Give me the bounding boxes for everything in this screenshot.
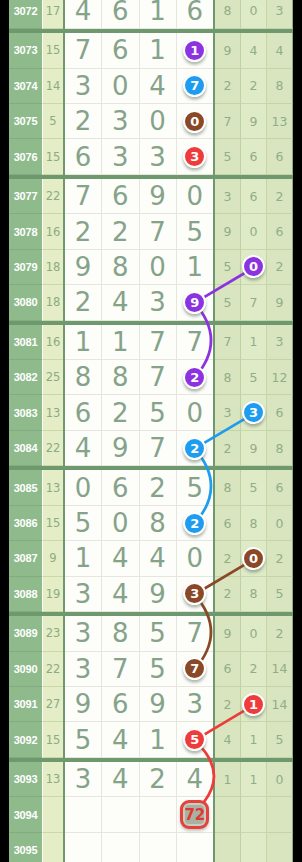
- sum-cell: 19: [42, 577, 63, 612]
- stat-cell: 9: [241, 104, 267, 139]
- digit-cell: 7: [65, 33, 102, 68]
- table-row-3076: 3076156333566: [9, 139, 293, 174]
- digit-cell: 7: [65, 179, 102, 214]
- digit-cell: 4: [102, 577, 139, 612]
- stat-cell: 6: [241, 139, 267, 174]
- purple-marker-circle: 1: [183, 39, 206, 62]
- digit-cell: [140, 833, 177, 862]
- digit-cell: 3: [140, 139, 177, 174]
- digit-columns: 72: [63, 797, 215, 832]
- digit-columns: 2300: [63, 104, 215, 139]
- digit-cell: [177, 833, 213, 862]
- stat-cell: 2: [267, 616, 293, 651]
- digit-columns: 7611: [63, 33, 215, 68]
- stat-cell: [267, 833, 293, 862]
- digit-cell: 7: [177, 325, 213, 360]
- brown-marker-circle: 0: [183, 110, 206, 133]
- table-row-3072: 3072174616803: [9, 0, 293, 29]
- digit-columns: 4972: [63, 431, 215, 466]
- stat-cell: 14: [267, 687, 293, 722]
- table-row-3086: 3086155082680: [9, 506, 293, 541]
- stat-cell: 6: [267, 470, 293, 505]
- table-row-3087: 308791440202: [9, 541, 293, 576]
- stat-cell: 8: [215, 0, 241, 29]
- digit-cell: 5: [140, 652, 177, 687]
- stat-cell: 5: [267, 577, 293, 612]
- stat-cell: 3: [215, 395, 241, 430]
- digit-cell: 1: [102, 325, 139, 360]
- digit-cell: 3: [102, 104, 139, 139]
- sum-cell: [42, 797, 63, 832]
- stat-cell: 1: [241, 325, 267, 360]
- digit-cell: 5: [177, 470, 213, 505]
- digit-cell: 1: [177, 250, 213, 285]
- stat-cell: 8: [241, 577, 267, 612]
- digit-cell: 3: [177, 577, 213, 612]
- stat-cell: 4: [267, 33, 293, 68]
- table-row-3080: 3080182439579: [9, 285, 293, 320]
- table-row-3090: 30902237576214: [9, 652, 293, 687]
- digit-columns: 4616: [63, 0, 215, 29]
- digit-columns: 5415: [63, 722, 215, 757]
- stat-cell: 1: [241, 722, 267, 757]
- stat-cell: 6: [267, 214, 293, 249]
- sum-cell: 16: [42, 325, 63, 360]
- stat-cell: 3: [215, 179, 241, 214]
- sum-cell: 22: [42, 431, 63, 466]
- digit-cell: 9: [102, 431, 139, 466]
- digit-cell: 0: [140, 104, 177, 139]
- digit-cell: 9: [65, 687, 102, 722]
- stat-cell: 0: [267, 506, 293, 541]
- sum-cell: 17: [42, 0, 63, 29]
- digit-cell: 4: [140, 541, 177, 576]
- stat-cell: 8: [215, 360, 241, 395]
- digit-cell: 3: [102, 139, 139, 174]
- table-row-3088: 3088193493285: [9, 577, 293, 612]
- digit-cell: 6: [65, 395, 102, 430]
- stat-cell: [241, 797, 267, 832]
- period-cell: 3091: [9, 687, 42, 722]
- stat-cell: 0: [241, 541, 267, 576]
- digit-cell: 8: [102, 616, 139, 651]
- digit-cell: 5: [65, 722, 102, 757]
- digit-cell: 7: [140, 360, 177, 395]
- table-row-3085: 3085130625856: [9, 470, 293, 505]
- stat-cell: 1: [241, 762, 267, 797]
- digit-cell: 9: [65, 250, 102, 285]
- digit-cell: 6: [102, 470, 139, 505]
- digit-columns: 1177: [63, 325, 215, 360]
- blue-marker-circle: 3: [242, 401, 265, 424]
- sum-cell: 15: [42, 722, 63, 757]
- digit-columns: 3857: [63, 616, 215, 651]
- digit-cell: 7: [102, 652, 139, 687]
- stat-cell: 2: [215, 577, 241, 612]
- period-cell: 3080: [9, 285, 42, 320]
- stat-cell: 0: [241, 616, 267, 651]
- table-row-3081: 3081161177713: [9, 325, 293, 360]
- stat-cell: 3: [241, 395, 267, 430]
- digit-cell: 5: [177, 214, 213, 249]
- digit-columns: 9693: [63, 687, 215, 722]
- stat-cell: 1: [215, 762, 241, 797]
- digit-columns: 3493: [63, 577, 215, 612]
- digit-cell: 2: [65, 214, 102, 249]
- digit-cell: 6: [65, 139, 102, 174]
- digit-cell: 7: [140, 325, 177, 360]
- period-cell: 3090: [9, 652, 42, 687]
- red-marker-circle: 3: [183, 145, 206, 168]
- stat-cell: 6: [215, 506, 241, 541]
- sum-cell: 13: [42, 762, 63, 797]
- stat-cell: 12: [267, 360, 293, 395]
- digit-cell: 9: [177, 285, 213, 320]
- digit-cell: 0: [177, 541, 213, 576]
- brown-marker-circle: 3: [183, 582, 206, 605]
- digit-columns: 0625: [63, 470, 215, 505]
- digit-cell: 6: [102, 687, 139, 722]
- digit-cell: 9: [140, 577, 177, 612]
- stat-cell: 9: [267, 285, 293, 320]
- purple-marker-circle: 0: [242, 255, 265, 278]
- stat-cell: 2: [215, 687, 241, 722]
- stat-cell: 5: [215, 285, 241, 320]
- stat-cell: 7: [215, 104, 241, 139]
- period-cell: 3082: [9, 360, 42, 395]
- digit-cell: [140, 797, 177, 832]
- red-marker-circle: 1: [242, 693, 265, 716]
- stat-cell: 2: [241, 652, 267, 687]
- stat-cell: 0: [241, 0, 267, 29]
- sum-cell: 16: [42, 214, 63, 249]
- digit-cell: 6: [177, 0, 213, 29]
- period-cell: 3078: [9, 214, 42, 249]
- stat-cell: 2: [215, 431, 241, 466]
- digit-cell: 1: [65, 325, 102, 360]
- stat-cell: 5: [267, 722, 293, 757]
- stat-cell: 5: [241, 360, 267, 395]
- stat-cell: 6: [241, 179, 267, 214]
- period-cell: 3074: [9, 69, 42, 104]
- period-cell: 3079: [9, 250, 42, 285]
- digit-columns: [63, 833, 215, 862]
- brown-marker-circle: 0: [242, 547, 265, 570]
- stat-cell: 2: [241, 69, 267, 104]
- digit-cell: 5: [140, 616, 177, 651]
- digit-cell: 4: [102, 722, 139, 757]
- digit-cell: 0: [102, 506, 139, 541]
- digit-cell: 5: [65, 506, 102, 541]
- sum-cell: 5: [42, 104, 63, 139]
- digit-cell: 2: [177, 360, 213, 395]
- period-cell: 3088: [9, 577, 42, 612]
- digit-cell: 0: [65, 470, 102, 505]
- stat-cell: 2: [267, 250, 293, 285]
- digit-cell: 6: [102, 33, 139, 68]
- sum-cell: 27: [42, 687, 63, 722]
- stat-cell: [215, 833, 241, 862]
- sum-cell: 22: [42, 652, 63, 687]
- table-row-3093: 3093133424110: [9, 762, 293, 797]
- period-cell: 3089: [9, 616, 42, 651]
- stat-cell: 0: [241, 214, 267, 249]
- period-cell: 3072: [9, 0, 42, 29]
- digit-cell: [102, 797, 139, 832]
- digit-columns: 3757: [63, 652, 215, 687]
- digit-cell: 8: [102, 360, 139, 395]
- trend-table[interactable]: 3072174616803307315761194430741430472283…: [9, 0, 293, 862]
- digit-cell: 5: [140, 395, 177, 430]
- period-cell: 3094: [9, 797, 42, 832]
- table-row-3075: 3075523007913: [9, 104, 293, 139]
- table-row-3077: 3077227690362: [9, 179, 293, 214]
- stat-cell: 14: [267, 652, 293, 687]
- sum-cell: 9: [42, 541, 63, 576]
- stat-cell: 8: [215, 470, 241, 505]
- digit-cell: 0: [177, 179, 213, 214]
- stat-cell: 6: [215, 652, 241, 687]
- digit-cell: 3: [65, 652, 102, 687]
- period-cell: 3084: [9, 431, 42, 466]
- digit-cell: 4: [102, 762, 139, 797]
- digit-cell: 4: [65, 431, 102, 466]
- digit-cell: 2: [140, 470, 177, 505]
- digit-cell: 2: [102, 214, 139, 249]
- digit-cell: 3: [65, 69, 102, 104]
- digit-cell: 5: [177, 722, 213, 757]
- period-cell: 3083: [9, 395, 42, 430]
- digit-cell: 0: [177, 104, 213, 139]
- digit-cell: 2: [102, 395, 139, 430]
- stat-cell: 9: [215, 33, 241, 68]
- brown-marker-circle: 7: [183, 657, 206, 680]
- stat-cell: 0: [267, 762, 293, 797]
- digit-cell: 1: [177, 33, 213, 68]
- next-draw-badge: 72: [180, 800, 209, 829]
- stat-cell: 8: [267, 431, 293, 466]
- sum-cell: [42, 833, 63, 862]
- digit-cell: 3: [140, 285, 177, 320]
- digit-cell: 72: [177, 797, 213, 832]
- digit-cell: 7: [177, 69, 213, 104]
- digit-columns: 2439: [63, 285, 215, 320]
- table-row-3073: 3073157611944: [9, 33, 293, 68]
- sum-cell: 14: [42, 69, 63, 104]
- digit-columns: 6250: [63, 395, 215, 430]
- digit-cell: 4: [102, 541, 139, 576]
- digit-columns: 3047: [63, 69, 215, 104]
- digit-cell: 1: [65, 541, 102, 576]
- purple-marker-circle: 2: [183, 366, 206, 389]
- sum-cell: 13: [42, 470, 63, 505]
- stat-cell: 8: [267, 69, 293, 104]
- stat-cell: 7: [241, 285, 267, 320]
- digit-cell: 2: [177, 506, 213, 541]
- stat-cell: 6: [267, 139, 293, 174]
- digit-cell: 3: [65, 616, 102, 651]
- digit-cell: 2: [65, 285, 102, 320]
- digit-cell: 8: [102, 250, 139, 285]
- digit-cell: 3: [65, 577, 102, 612]
- digit-cell: 6: [102, 0, 139, 29]
- digit-cell: 9: [140, 687, 177, 722]
- stat-cell: 6: [267, 395, 293, 430]
- digit-columns: 8872: [63, 360, 215, 395]
- blue-marker-circle: 2: [183, 437, 206, 460]
- digit-cell: 1: [140, 0, 177, 29]
- period-cell: 3086: [9, 506, 42, 541]
- stat-cell: 3: [267, 0, 293, 29]
- period-cell: 3073: [9, 33, 42, 68]
- digit-cell: 1: [140, 722, 177, 757]
- sum-cell: 15: [42, 33, 63, 68]
- table-row-3089: 3089233857902: [9, 616, 293, 651]
- stat-cell: 0: [241, 250, 267, 285]
- table-row-3083: 3083136250336: [9, 395, 293, 430]
- digit-cell: 3: [65, 762, 102, 797]
- digit-cell: 0: [177, 395, 213, 430]
- period-cell: 3077: [9, 179, 42, 214]
- digit-cell: 6: [102, 179, 139, 214]
- digit-cell: 9: [140, 179, 177, 214]
- stat-cell: 3: [267, 325, 293, 360]
- digit-cell: 3: [177, 687, 213, 722]
- stat-cell: 4: [241, 33, 267, 68]
- table-row-3079: 3079189801502: [9, 250, 293, 285]
- stat-cell: 4: [215, 722, 241, 757]
- stat-cell: 2: [267, 179, 293, 214]
- stat-cell: 9: [241, 431, 267, 466]
- table-row-3078: 3078162275906: [9, 214, 293, 249]
- sum-cell: 22: [42, 179, 63, 214]
- period-cell: 3093: [9, 762, 42, 797]
- digit-cell: 2: [65, 104, 102, 139]
- digit-columns: 5082: [63, 506, 215, 541]
- stat-cell: [241, 833, 267, 862]
- digit-cell: 7: [177, 616, 213, 651]
- sum-cell: 15: [42, 139, 63, 174]
- purple-marker-circle: 9: [183, 291, 206, 314]
- period-cell: 3085: [9, 470, 42, 505]
- digit-cell: 8: [140, 506, 177, 541]
- digit-cell: 1: [140, 33, 177, 68]
- stat-cell: 8: [241, 506, 267, 541]
- digit-columns: 6333: [63, 139, 215, 174]
- digit-cell: 3: [177, 139, 213, 174]
- digit-cell: 4: [65, 0, 102, 29]
- sum-cell: 13: [42, 395, 63, 430]
- stat-cell: 5: [241, 470, 267, 505]
- stat-cell: [215, 797, 241, 832]
- table-row-3074: 3074143047228: [9, 69, 293, 104]
- digit-cell: [102, 833, 139, 862]
- digit-cell: 0: [140, 250, 177, 285]
- period-cell: 3076: [9, 139, 42, 174]
- digit-cell: 4: [140, 69, 177, 104]
- stat-cell: 9: [215, 214, 241, 249]
- stat-cell: 9: [215, 616, 241, 651]
- table-row-3094: 309472: [9, 797, 293, 832]
- digit-cell: 8: [65, 360, 102, 395]
- digit-cell: 2: [140, 762, 177, 797]
- digit-cell: 7: [140, 214, 177, 249]
- sum-cell: 18: [42, 285, 63, 320]
- stat-cell: 13: [267, 104, 293, 139]
- digit-cell: [65, 797, 102, 832]
- table-row-3084: 3084224972298: [9, 431, 293, 466]
- digit-cell: 7: [140, 431, 177, 466]
- stat-cell: 5: [215, 250, 241, 285]
- table-row-3095: 3095: [9, 833, 293, 862]
- stat-cell: 5: [215, 139, 241, 174]
- stat-cell: 2: [215, 541, 241, 576]
- table-row-3082: 30822588728512: [9, 360, 293, 395]
- digit-columns: 1440: [63, 541, 215, 576]
- stat-cell: [267, 797, 293, 832]
- period-cell: 3092: [9, 722, 42, 757]
- sum-cell: 18: [42, 250, 63, 285]
- period-cell: 3075: [9, 104, 42, 139]
- digit-cell: 7: [177, 652, 213, 687]
- sum-cell: 23: [42, 616, 63, 651]
- sum-cell: 15: [42, 506, 63, 541]
- table-row-3092: 3092155415415: [9, 722, 293, 757]
- digit-cell: 4: [177, 762, 213, 797]
- stat-cell: 7: [215, 325, 241, 360]
- table-row-3091: 30912796932114: [9, 687, 293, 722]
- digit-columns: 3424: [63, 762, 215, 797]
- red-marker-circle: 5: [183, 728, 206, 751]
- stat-cell: 1: [241, 687, 267, 722]
- blue-marker-circle: 2: [183, 512, 206, 535]
- period-cell: 3087: [9, 541, 42, 576]
- period-cell: 3095: [9, 833, 42, 862]
- digit-cell: 2: [177, 431, 213, 466]
- digit-cell: [65, 833, 102, 862]
- digit-cell: 0: [102, 69, 139, 104]
- stat-cell: 2: [215, 69, 241, 104]
- lottery-trend-chart-screen: 3072174616803307315761194430741430472283…: [0, 0, 302, 862]
- sum-cell: 25: [42, 360, 63, 395]
- digit-cell: 4: [102, 285, 139, 320]
- period-cell: 3081: [9, 325, 42, 360]
- blue-marker-circle: 7: [183, 74, 206, 97]
- digit-columns: 9801: [63, 250, 215, 285]
- digit-columns: 2275: [63, 214, 215, 249]
- digit-columns: 7690: [63, 179, 215, 214]
- stat-cell: 2: [267, 541, 293, 576]
